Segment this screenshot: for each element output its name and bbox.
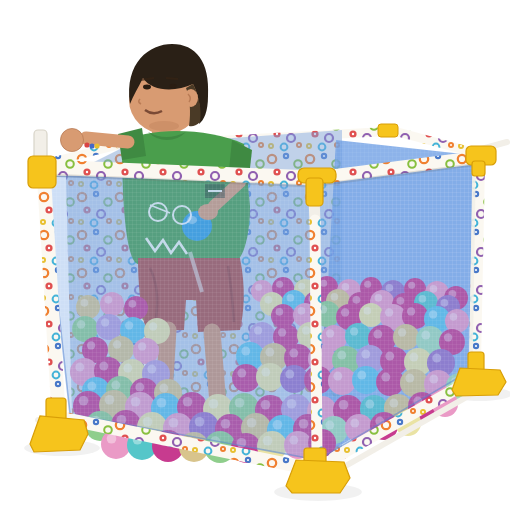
- child-forearm-left: [86, 138, 128, 142]
- left-corner-connector: [28, 156, 56, 188]
- right-post: [475, 162, 479, 362]
- rear-connector: [378, 124, 398, 137]
- product-photo: [0, 0, 510, 513]
- child-ear: [184, 89, 198, 107]
- front-post: [315, 220, 317, 456]
- front-t-stem: [306, 178, 323, 206]
- right-corner-stub: [472, 161, 485, 176]
- child-fist: [61, 129, 84, 152]
- playpen-scene: [0, 0, 510, 513]
